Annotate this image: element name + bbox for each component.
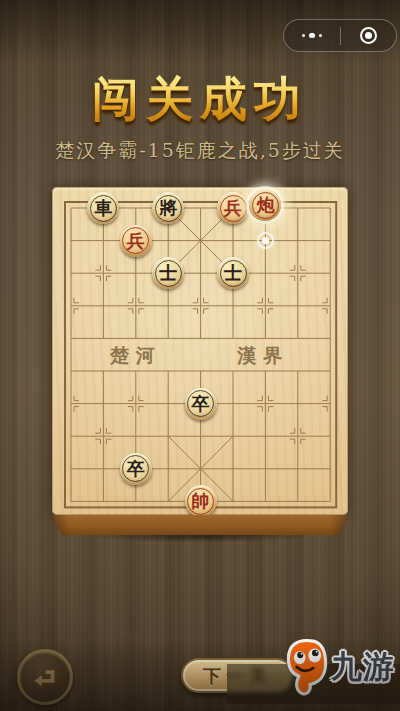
jiuyou-mascot-icon — [284, 638, 330, 698]
app-screen: 闯关成功 楚汉争霸-15钜鹿之战,5步过关 楚河 漢界 車將兵炮兵士士卒卒帥 下… — [0, 0, 400, 711]
xiangqi-board[interactable]: 楚河 漢界 車將兵炮兵士士卒卒帥 — [52, 187, 348, 515]
exit-target-icon[interactable] — [341, 20, 397, 51]
more-options-icon[interactable] — [284, 20, 340, 51]
piece-black-general[interactable]: 將 — [152, 192, 184, 224]
piece-black-soldier[interactable]: 卒 — [185, 388, 217, 420]
move-from-marker — [257, 232, 274, 249]
piece-black-soldier[interactable]: 卒 — [120, 453, 152, 485]
watermark-logo-text: 九游 — [331, 646, 395, 688]
board-grid: 楚河 漢界 — [52, 187, 348, 515]
piece-black-advisor[interactable]: 士 — [217, 257, 249, 289]
back-button[interactable] — [17, 649, 73, 705]
piece-red-soldier[interactable]: 兵 — [120, 225, 152, 257]
river-text-right: 漢界 — [236, 344, 289, 366]
piece-red-soldier[interactable]: 兵 — [217, 192, 249, 224]
piece-red-general[interactable]: 帥 — [185, 485, 217, 517]
return-arrow-icon — [30, 662, 60, 692]
level-subtitle: 楚汉争霸-15钜鹿之战,5步过关 — [0, 138, 400, 164]
miniprogram-capsule[interactable] — [283, 19, 397, 52]
river-text-left: 楚河 — [109, 344, 162, 366]
page-title: 闯关成功 — [0, 68, 400, 131]
board-bevel-edge — [52, 515, 348, 535]
